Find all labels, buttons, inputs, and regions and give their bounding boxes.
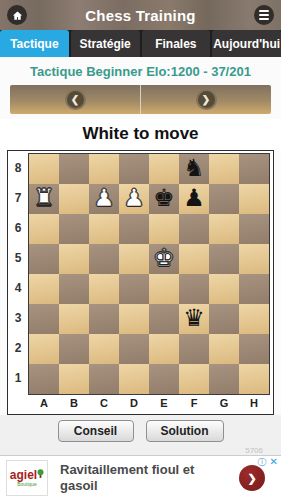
black-pawn[interactable]: ♟ [179, 184, 209, 214]
square-g3[interactable] [209, 304, 239, 334]
square-d7[interactable]: ♟ [119, 184, 149, 214]
square-d4[interactable] [119, 274, 149, 304]
square-g2[interactable] [209, 334, 239, 364]
file-label-g: G [209, 395, 239, 411]
black-knight[interactable]: ♞ [179, 154, 209, 184]
file-label-d: D [119, 395, 149, 411]
square-a1[interactable] [29, 364, 59, 394]
rank-label-8: 8 [8, 153, 28, 183]
rank-label-3: 3 [8, 303, 28, 333]
square-g4[interactable] [209, 274, 239, 304]
ad-cta-button[interactable]: ❯ [239, 465, 265, 491]
chevron-right-icon: ❯ [196, 89, 217, 110]
next-puzzle-button[interactable]: ❯ [140, 85, 271, 114]
black-queen[interactable]: ♛ [179, 304, 209, 334]
puzzle-navigation: ❮ ❯ [10, 85, 271, 114]
square-d3[interactable] [119, 304, 149, 334]
square-f8[interactable]: ♞ [179, 154, 209, 184]
square-b5[interactable] [59, 244, 89, 274]
square-c5[interactable] [89, 244, 119, 274]
tab-strategie[interactable]: Stratégie [71, 30, 140, 57]
rank-label-6: 6 [8, 213, 28, 243]
square-h6[interactable] [239, 214, 269, 244]
square-c8[interactable] [89, 154, 119, 184]
square-f4[interactable] [179, 274, 209, 304]
file-label-e: E [149, 395, 179, 411]
app-screen: Chess Training Tactique Stratégie Finale… [0, 0, 281, 500]
rank-label-7: 7 [8, 183, 28, 213]
square-h2[interactable] [239, 334, 269, 364]
square-a3[interactable] [29, 304, 59, 334]
chevron-right-icon: ❯ [247, 472, 256, 485]
square-h5[interactable] [239, 244, 269, 274]
app-bar: Chess Training [0, 0, 281, 30]
side-to-move-label: White to move [0, 119, 281, 150]
square-h4[interactable] [239, 274, 269, 304]
square-d6[interactable] [119, 214, 149, 244]
ad-logo[interactable]: agiel Boutique [6, 460, 48, 496]
square-e7[interactable]: ♚ [149, 184, 179, 214]
square-g6[interactable] [209, 214, 239, 244]
square-b1[interactable] [59, 364, 89, 394]
previous-puzzle-button[interactable]: ❮ [10, 85, 140, 114]
square-g7[interactable] [209, 184, 239, 214]
square-b7[interactable] [59, 184, 89, 214]
square-c4[interactable] [89, 274, 119, 304]
home-icon [12, 10, 23, 21]
square-d1[interactable] [119, 364, 149, 394]
puzzle-status-line: Tactique Beginner Elo:1200 - 37/201 [0, 57, 281, 83]
ad-text[interactable]: Ravitaillement fioul et gasoil [60, 462, 194, 493]
white-pawn[interactable]: ♟ [119, 184, 149, 214]
app-title: Chess Training [85, 7, 195, 24]
square-c1[interactable] [89, 364, 119, 394]
white-rook[interactable]: ♜ [29, 184, 59, 214]
ad-brand: agiel [10, 469, 44, 481]
solution-button[interactable]: Solution [146, 420, 224, 442]
ad-banner[interactable]: agiel Boutique Ravitaillement fioul et g… [0, 455, 281, 500]
white-king[interactable]: ♚ [149, 244, 179, 274]
rank-label-1: 1 [8, 363, 28, 393]
chess-board[interactable]: ♞♜♟♟♚♟♚♛ [28, 153, 270, 395]
menu-button[interactable] [254, 5, 274, 25]
tree-icon [37, 469, 44, 478]
square-e5[interactable]: ♚ [149, 244, 179, 274]
square-a5[interactable] [29, 244, 59, 274]
file-label-c: C [89, 395, 119, 411]
hint-button[interactable]: Conseil [58, 420, 134, 442]
square-e2[interactable] [149, 334, 179, 364]
black-king[interactable]: ♚ [149, 184, 179, 214]
square-c7[interactable]: ♟ [89, 184, 119, 214]
rank-label-4: 4 [8, 273, 28, 303]
square-d8[interactable] [119, 154, 149, 184]
square-a4[interactable] [29, 274, 59, 304]
square-h1[interactable] [239, 364, 269, 394]
square-e8[interactable] [149, 154, 179, 184]
square-f6[interactable] [179, 214, 209, 244]
square-a8[interactable] [29, 154, 59, 184]
square-e1[interactable] [149, 364, 179, 394]
square-d5[interactable] [119, 244, 149, 274]
square-h7[interactable] [239, 184, 269, 214]
square-g5[interactable] [209, 244, 239, 274]
square-c2[interactable] [89, 334, 119, 364]
square-h8[interactable] [239, 154, 269, 184]
square-c3[interactable] [89, 304, 119, 334]
puzzle-id: 5706 [0, 442, 281, 455]
square-b6[interactable] [59, 214, 89, 244]
ad-brand-tagline: Boutique [17, 481, 37, 487]
file-label-f: F [179, 395, 209, 411]
rank-label-5: 5 [8, 243, 28, 273]
adchoices-icon[interactable]: ⓘ [258, 458, 267, 467]
square-f5[interactable] [179, 244, 209, 274]
board-panel: 87654321 ♞♜♟♟♚♟♚♛ ABCDEFGH [7, 150, 274, 415]
file-labels: ABCDEFGH [29, 395, 273, 411]
square-d2[interactable] [119, 334, 149, 364]
square-f1[interactable] [179, 364, 209, 394]
home-button[interactable] [7, 5, 27, 25]
square-b4[interactable] [59, 274, 89, 304]
square-g8[interactable] [209, 154, 239, 184]
file-label-h: H [239, 395, 269, 411]
square-e6[interactable] [149, 214, 179, 244]
rank-label-2: 2 [8, 333, 28, 363]
square-e4[interactable] [149, 274, 179, 304]
tab-bar: Tactique Stratégie Finales Aujourd'hui [0, 30, 281, 57]
square-g1[interactable] [209, 364, 239, 394]
file-label-b: B [59, 395, 89, 411]
square-f7[interactable]: ♟ [179, 184, 209, 214]
square-h3[interactable] [239, 304, 269, 334]
square-b8[interactable] [59, 154, 89, 184]
square-a7[interactable]: ♜ [29, 184, 59, 214]
square-a6[interactable] [29, 214, 59, 244]
tab-aujourdhui[interactable]: Aujourd'hui [212, 30, 281, 57]
white-pawn[interactable]: ♟ [89, 184, 119, 214]
square-f3[interactable]: ♛ [179, 304, 209, 334]
tab-tactique[interactable]: Tactique [0, 30, 69, 57]
square-c6[interactable] [89, 214, 119, 244]
actions-area: Conseil Solution 5706 [0, 415, 281, 455]
chevron-left-icon: ❮ [65, 89, 86, 110]
square-b3[interactable] [59, 304, 89, 334]
tab-finales[interactable]: Finales [142, 30, 211, 57]
file-label-a: A [29, 395, 59, 411]
rank-labels: 87654321 [8, 153, 28, 395]
square-b2[interactable] [59, 334, 89, 364]
square-e3[interactable] [149, 304, 179, 334]
square-f2[interactable] [179, 334, 209, 364]
content: Tactique Beginner Elo:1200 - 37/201 ❮ ❯ … [0, 57, 281, 455]
square-a2[interactable] [29, 334, 59, 364]
ad-close-icon[interactable]: ✕ [270, 457, 278, 467]
hamburger-menu-icon [259, 10, 269, 20]
